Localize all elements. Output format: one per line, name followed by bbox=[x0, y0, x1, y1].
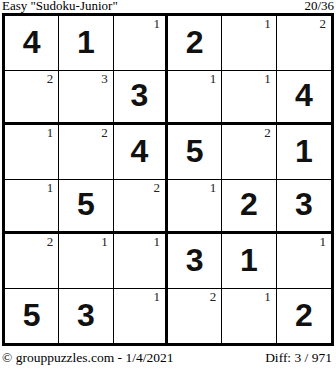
given-digit: 4 bbox=[23, 26, 41, 58]
given-digit: 4 bbox=[295, 79, 313, 111]
cell-r5c1[interactable]: 2 bbox=[5, 234, 59, 289]
cell-r2c4[interactable]: 1 bbox=[168, 71, 222, 126]
cell-r5c3[interactable]: 1 bbox=[114, 234, 168, 289]
cell-r3c3[interactable]: 4 bbox=[114, 125, 168, 180]
given-digit: 1 bbox=[77, 26, 95, 58]
cell-r4c6[interactable]: 3 bbox=[277, 180, 331, 235]
clue-counter: 20/36 bbox=[304, 0, 334, 12]
cell-r4c5[interactable]: 2 bbox=[222, 180, 276, 235]
pencil-mark: 2 bbox=[47, 72, 54, 85]
cell-r1c5[interactable]: 1 bbox=[222, 16, 276, 71]
cell-r2c1[interactable]: 2 bbox=[5, 71, 59, 126]
given-digit: 2 bbox=[186, 26, 204, 58]
pencil-mark: 1 bbox=[47, 181, 54, 194]
given-digit: 3 bbox=[295, 188, 313, 220]
footer: © grouppuzzles.com - 1/4/2021 Diff: 3 / … bbox=[0, 350, 336, 365]
pencil-mark: 2 bbox=[210, 290, 217, 303]
cell-r4c4[interactable]: 1 bbox=[168, 180, 222, 235]
pencil-mark: 2 bbox=[319, 17, 326, 30]
difficulty-text: Diff: 3 / 971 bbox=[265, 350, 332, 365]
cell-r5c2[interactable]: 1 bbox=[59, 234, 113, 289]
cell-r1c6[interactable]: 2 bbox=[277, 16, 331, 71]
cell-r2c6[interactable]: 4 bbox=[277, 71, 331, 126]
given-digit: 5 bbox=[77, 188, 95, 220]
pencil-mark: 1 bbox=[153, 235, 160, 248]
cell-r4c1[interactable]: 1 bbox=[5, 180, 59, 235]
cell-r2c5[interactable]: 1 bbox=[222, 71, 276, 126]
given-digit: 2 bbox=[240, 188, 258, 220]
copyright-text: © grouppuzzles.com - 1/4/2021 bbox=[2, 350, 173, 365]
pencil-mark: 1 bbox=[47, 126, 54, 139]
cell-r3c2[interactable]: 2 bbox=[59, 125, 113, 180]
given-digit: 4 bbox=[130, 135, 148, 167]
pencil-mark: 1 bbox=[264, 72, 271, 85]
cell-r3c6[interactable]: 1 bbox=[277, 125, 331, 180]
cell-r1c2[interactable]: 1 bbox=[59, 16, 113, 71]
pencil-mark: 1 bbox=[210, 181, 217, 194]
cell-r6c5[interactable]: 1 bbox=[222, 289, 276, 344]
cell-r5c4[interactable]: 3 bbox=[168, 234, 222, 289]
cell-r4c2[interactable]: 5 bbox=[59, 180, 113, 235]
cell-r2c2[interactable]: 3 bbox=[59, 71, 113, 126]
pencil-mark: 2 bbox=[153, 181, 160, 194]
pencil-mark: 1 bbox=[153, 17, 160, 30]
cell-r6c2[interactable]: 3 bbox=[59, 289, 113, 344]
cell-r6c3[interactable]: 1 bbox=[114, 289, 168, 344]
given-digit: 2 bbox=[295, 299, 313, 331]
given-digit: 1 bbox=[240, 244, 258, 276]
given-digit: 3 bbox=[77, 299, 95, 331]
given-digit: 3 bbox=[186, 244, 204, 276]
cell-r3c4[interactable]: 5 bbox=[168, 125, 222, 180]
given-digit: 3 bbox=[130, 79, 148, 111]
cell-r2c3[interactable]: 3 bbox=[114, 71, 168, 126]
pencil-mark: 2 bbox=[101, 126, 108, 139]
cell-r1c4[interactable]: 2 bbox=[168, 16, 222, 71]
pencil-mark: 1 bbox=[264, 290, 271, 303]
given-digit: 5 bbox=[23, 299, 41, 331]
cell-r3c1[interactable]: 1 bbox=[5, 125, 59, 180]
board: 411212233114124521152123211311531212 bbox=[2, 13, 334, 346]
pencil-mark: 1 bbox=[319, 235, 326, 248]
cell-r4c3[interactable]: 2 bbox=[114, 180, 168, 235]
pencil-mark: 1 bbox=[210, 72, 217, 85]
pencil-mark: 1 bbox=[101, 235, 108, 248]
puzzle-page: Easy "Sudoku-Junior" 20/36 4112122331141… bbox=[0, 0, 336, 370]
header: Easy "Sudoku-Junior" 20/36 bbox=[0, 0, 336, 13]
cell-r1c1[interactable]: 4 bbox=[5, 16, 59, 71]
given-digit: 5 bbox=[186, 135, 204, 167]
given-digit: 1 bbox=[295, 135, 313, 167]
cell-r1c3[interactable]: 1 bbox=[114, 16, 168, 71]
cell-r5c5[interactable]: 1 bbox=[222, 234, 276, 289]
pencil-mark: 1 bbox=[153, 290, 160, 303]
pencil-mark: 2 bbox=[264, 126, 271, 139]
pencil-mark: 3 bbox=[101, 72, 108, 85]
cell-r5c6[interactable]: 1 bbox=[277, 234, 331, 289]
cell-r6c4[interactable]: 2 bbox=[168, 289, 222, 344]
cell-r3c5[interactable]: 2 bbox=[222, 125, 276, 180]
cell-r6c1[interactable]: 5 bbox=[5, 289, 59, 344]
puzzle-title: Easy "Sudoku-Junior" bbox=[2, 0, 118, 12]
pencil-mark: 2 bbox=[47, 235, 54, 248]
cell-r6c6[interactable]: 2 bbox=[277, 289, 331, 344]
pencil-mark: 1 bbox=[264, 17, 271, 30]
